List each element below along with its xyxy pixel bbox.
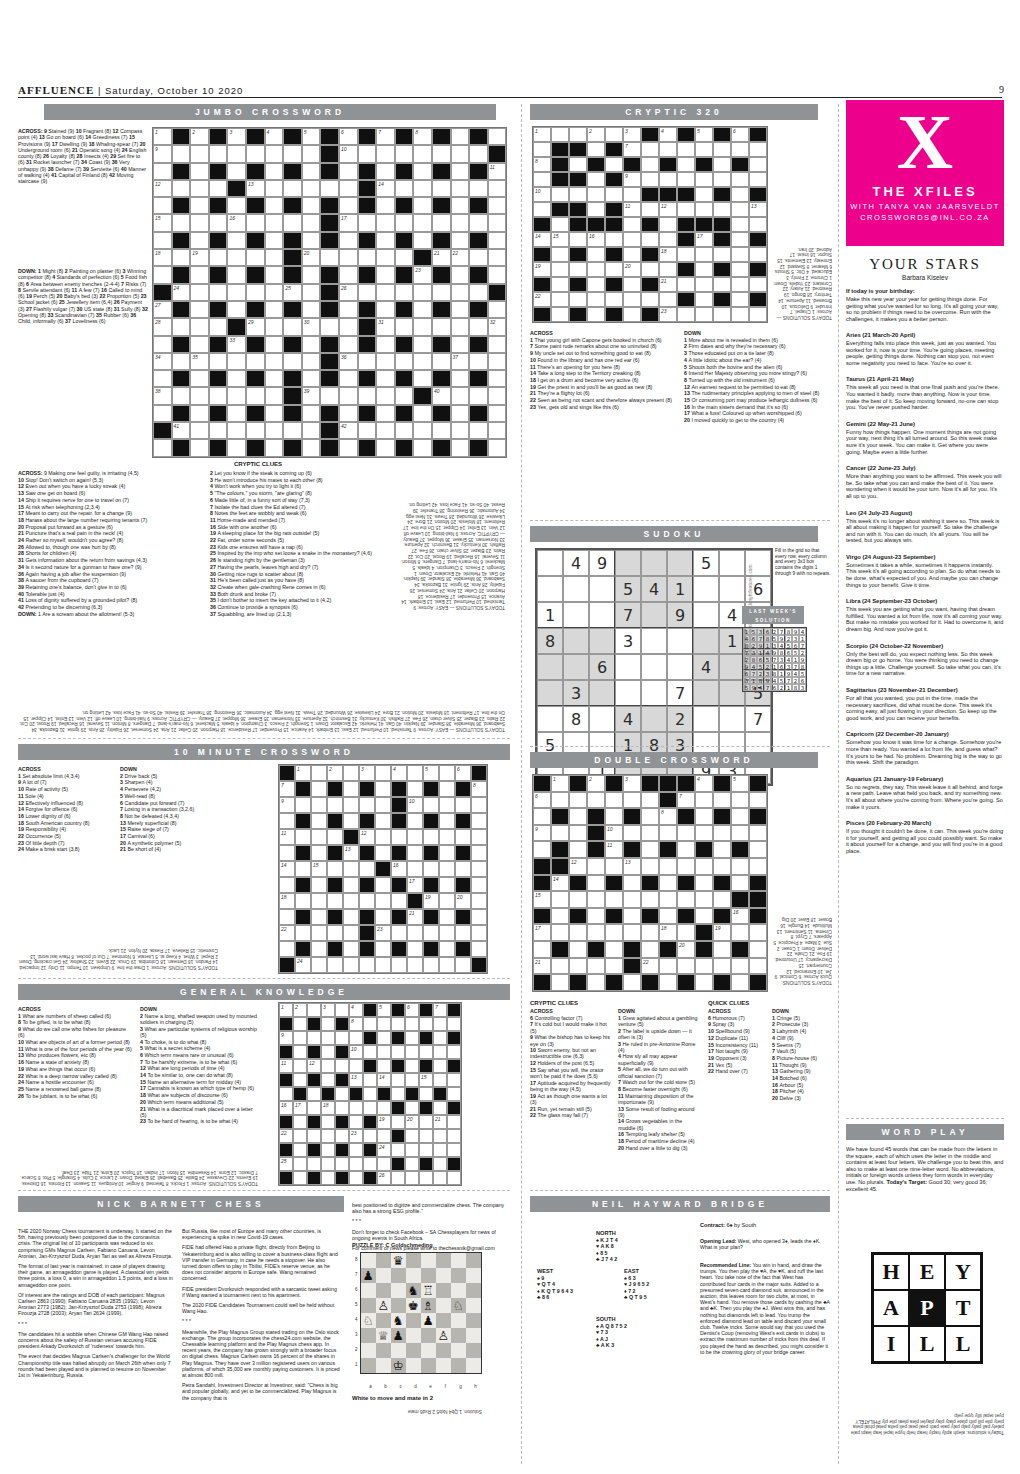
cell[interactable] (327, 893, 343, 909)
cell[interactable] (339, 405, 358, 422)
cell[interactable] (469, 249, 488, 266)
cell[interactable] (311, 877, 327, 893)
cell[interactable] (605, 958, 623, 975)
sudoku-cell[interactable]: 1 (667, 576, 693, 602)
cell[interactable] (343, 781, 359, 797)
cell[interactable] (641, 292, 659, 307)
cell[interactable]: 18 (659, 247, 677, 262)
cell[interactable] (335, 1157, 349, 1171)
cell[interactable] (335, 1129, 349, 1143)
cell[interactable] (320, 180, 339, 197)
cell[interactable] (451, 439, 470, 456)
cell[interactable]: 2 (190, 128, 209, 145)
cell[interactable] (605, 262, 623, 277)
empty-square[interactable] (406, 1328, 421, 1343)
cell[interactable] (641, 924, 659, 941)
cell[interactable] (469, 353, 488, 370)
sudoku-grid[interactable]: 495541617948316437584275183193 (535, 548, 773, 786)
sudoku-cell[interactable] (589, 576, 615, 602)
cell[interactable] (293, 1031, 307, 1045)
piece-♖[interactable]: ♖ (421, 1283, 436, 1298)
empty-square[interactable] (451, 1268, 466, 1283)
cell[interactable] (713, 307, 731, 322)
cell[interactable]: 9 (279, 1031, 293, 1045)
cell[interactable] (749, 825, 767, 842)
sudoku-cell[interactable]: 7 (745, 706, 771, 732)
cell[interactable] (731, 142, 749, 157)
cell[interactable] (677, 157, 695, 172)
cell[interactable] (641, 157, 659, 172)
cell[interactable] (209, 422, 228, 439)
cell[interactable] (749, 247, 767, 262)
piece-♞[interactable]: ♞ (406, 1283, 421, 1298)
cell[interactable] (749, 792, 767, 809)
cell[interactable] (587, 924, 605, 941)
piece-♗[interactable]: ♗ (421, 1298, 436, 1313)
cell[interactable] (695, 247, 713, 262)
cell[interactable]: 4 (391, 765, 407, 781)
cell[interactable] (677, 307, 695, 322)
cell[interactable] (587, 891, 605, 908)
cell[interactable]: 12 (569, 858, 587, 875)
cell[interactable]: 8 (471, 781, 487, 797)
cell[interactable] (569, 187, 587, 202)
cell[interactable] (471, 941, 487, 957)
cell[interactable]: 12 (359, 829, 375, 845)
cell[interactable]: 8 (659, 808, 677, 825)
cell[interactable] (358, 422, 377, 439)
cell[interactable] (569, 924, 587, 941)
cell[interactable] (321, 1129, 335, 1143)
cell[interactable] (731, 277, 749, 292)
cryptic320-grid[interactable]: 1234567891011121314151617181920212223 (532, 126, 768, 323)
cell[interactable] (311, 957, 327, 973)
cell[interactable]: 17 (695, 232, 713, 247)
cell[interactable] (587, 792, 605, 809)
cell[interactable] (283, 318, 302, 335)
cell[interactable] (695, 172, 713, 187)
cell[interactable] (283, 353, 302, 370)
piece-♛[interactable]: ♛ (391, 1253, 406, 1268)
piece-♙[interactable]: ♙ (376, 1298, 391, 1313)
cell[interactable] (623, 277, 641, 292)
cell[interactable]: 6 (731, 127, 749, 142)
cell[interactable] (302, 284, 321, 301)
cell[interactable] (587, 858, 605, 875)
cell[interactable]: 14 (551, 875, 569, 892)
cell[interactable] (749, 172, 767, 187)
cell[interactable] (413, 214, 432, 231)
cell[interactable] (376, 370, 395, 387)
cell[interactable] (439, 893, 455, 909)
cell[interactable] (302, 353, 321, 370)
cell[interactable] (451, 128, 470, 145)
sudoku-cell[interactable]: 7 (615, 602, 641, 628)
cell[interactable] (343, 861, 359, 877)
cell[interactable] (395, 180, 414, 197)
cell[interactable] (447, 1129, 461, 1143)
cell[interactable] (731, 307, 749, 322)
cell[interactable] (377, 1045, 391, 1059)
cell[interactable] (227, 422, 246, 439)
cell[interactable] (227, 370, 246, 387)
cell[interactable] (190, 422, 209, 439)
cell[interactable]: 14 (376, 180, 395, 197)
cell[interactable]: 21 (407, 909, 423, 925)
cell[interactable] (713, 941, 731, 958)
cell[interactable] (469, 318, 488, 335)
empty-square[interactable] (391, 1268, 406, 1283)
cell[interactable] (375, 893, 391, 909)
cell[interactable] (339, 318, 358, 335)
cell[interactable] (423, 861, 439, 877)
piece-♟[interactable]: ♟ (391, 1328, 406, 1343)
cell[interactable] (283, 180, 302, 197)
cell[interactable] (190, 405, 209, 422)
cell[interactable] (265, 232, 284, 249)
cell[interactable]: 28 (153, 318, 172, 335)
cell[interactable]: 19 (713, 924, 731, 941)
cell[interactable] (432, 284, 451, 301)
cell[interactable] (407, 941, 423, 957)
cell[interactable] (659, 142, 677, 157)
cell[interactable] (265, 197, 284, 214)
cell[interactable] (395, 145, 414, 162)
cell[interactable] (363, 1101, 377, 1115)
cell[interactable] (447, 1143, 461, 1157)
cell[interactable] (339, 266, 358, 283)
empty-square[interactable] (361, 1253, 376, 1268)
cell[interactable]: 16 (731, 908, 749, 925)
cell[interactable]: 21 (659, 277, 677, 292)
cell[interactable] (227, 301, 246, 318)
cell[interactable] (569, 941, 587, 958)
cell[interactable] (311, 829, 327, 845)
cell[interactable] (320, 249, 339, 266)
cell[interactable] (551, 127, 569, 142)
sudoku-cell[interactable]: 7 (667, 680, 693, 706)
empty-square[interactable] (451, 1328, 466, 1343)
cell[interactable] (376, 353, 395, 370)
piece-♙[interactable]: ♙ (436, 1328, 451, 1343)
cell[interactable]: 17 (407, 877, 423, 893)
cell[interactable] (302, 301, 321, 318)
cell[interactable]: 38 (153, 387, 172, 404)
sudoku-cell[interactable] (693, 680, 719, 706)
cell[interactable]: 14 (533, 232, 551, 247)
cell[interactable] (209, 387, 228, 404)
cell[interactable] (413, 422, 432, 439)
cell[interactable]: 22 (279, 925, 295, 941)
sudoku-cell[interactable] (641, 680, 667, 706)
cell[interactable] (172, 180, 191, 197)
cell[interactable]: 13 (749, 202, 767, 217)
cell[interactable] (377, 1031, 391, 1045)
cell[interactable] (587, 142, 605, 157)
cell[interactable] (731, 958, 749, 975)
cell[interactable]: 5 (731, 775, 749, 792)
cell[interactable]: 9 (533, 825, 551, 842)
cell[interactable] (433, 1017, 447, 1031)
cell[interactable] (488, 370, 507, 387)
cell[interactable] (447, 1073, 461, 1087)
cell[interactable] (731, 924, 749, 941)
cell[interactable] (439, 909, 455, 925)
empty-square[interactable] (436, 1298, 451, 1313)
cell[interactable] (455, 925, 471, 941)
cell[interactable] (190, 145, 209, 162)
empty-square[interactable] (466, 1253, 481, 1268)
sudoku-cell[interactable] (641, 628, 667, 654)
empty-square[interactable] (406, 1313, 421, 1328)
cell[interactable] (471, 893, 487, 909)
cell[interactable] (375, 877, 391, 893)
empty-square[interactable] (361, 1298, 376, 1313)
cell[interactable] (302, 370, 321, 387)
cell[interactable] (358, 387, 377, 404)
sudoku-cell[interactable] (693, 576, 719, 602)
empty-square[interactable] (361, 1358, 376, 1373)
cell[interactable]: 21 (433, 1115, 447, 1129)
cell[interactable] (587, 307, 605, 322)
cell[interactable] (569, 792, 587, 809)
cell[interactable] (469, 145, 488, 162)
piece-♞[interactable]: ♞ (391, 1313, 406, 1328)
cell[interactable] (695, 277, 713, 292)
cell[interactable] (311, 925, 327, 941)
cell[interactable] (391, 1171, 405, 1185)
cell[interactable] (439, 797, 455, 813)
cell[interactable] (641, 202, 659, 217)
sudoku-cell[interactable]: 3 (563, 680, 589, 706)
cell[interactable] (749, 841, 767, 858)
cell[interactable] (447, 1045, 461, 1059)
cell[interactable] (419, 1129, 433, 1143)
cell[interactable] (731, 262, 749, 277)
cell[interactable] (339, 336, 358, 353)
sudoku-cell[interactable] (693, 628, 719, 654)
cell[interactable]: 12 (659, 202, 677, 217)
cell[interactable]: 4 (265, 128, 284, 145)
cell[interactable] (363, 1087, 377, 1101)
cell[interactable] (659, 292, 677, 307)
cell[interactable] (172, 214, 191, 231)
cell[interactable] (295, 797, 311, 813)
cell[interactable] (311, 909, 327, 925)
cell[interactable] (407, 781, 423, 797)
cell[interactable] (172, 318, 191, 335)
cell[interactable] (439, 781, 455, 797)
cell[interactable]: 30 (302, 318, 321, 335)
sudoku-cell[interactable]: 4 (693, 654, 719, 680)
cell[interactable] (451, 214, 470, 231)
cell[interactable] (451, 266, 470, 283)
cell[interactable] (731, 974, 749, 991)
cell[interactable] (569, 825, 587, 842)
cell[interactable] (209, 249, 228, 266)
empty-square[interactable] (421, 1268, 436, 1283)
cell[interactable] (439, 813, 455, 829)
cell[interactable] (190, 214, 209, 231)
cell[interactable] (419, 1171, 433, 1185)
cell[interactable] (339, 163, 358, 180)
cell[interactable] (659, 232, 677, 247)
cell[interactable]: 11 (623, 202, 641, 217)
cell[interactable]: 24 (295, 957, 311, 973)
cell[interactable]: 6 (339, 128, 358, 145)
cell[interactable] (677, 142, 695, 157)
cell[interactable] (623, 307, 641, 322)
cell[interactable] (605, 891, 623, 908)
cell[interactable] (641, 891, 659, 908)
cell[interactable] (731, 875, 749, 892)
cell[interactable] (569, 232, 587, 247)
cell[interactable] (349, 1059, 363, 1073)
cell[interactable] (311, 845, 327, 861)
cell[interactable] (395, 249, 414, 266)
cell[interactable] (451, 145, 470, 162)
cell[interactable]: 2 (587, 127, 605, 142)
cell[interactable] (391, 1073, 405, 1087)
cell[interactable] (433, 1045, 447, 1059)
cell[interactable] (413, 163, 432, 180)
cell[interactable]: 25 (283, 284, 302, 301)
cell[interactable] (209, 318, 228, 335)
cell[interactable]: 15 (551, 232, 569, 247)
cell[interactable] (641, 232, 659, 247)
empty-square[interactable] (451, 1283, 466, 1298)
cell[interactable] (227, 197, 246, 214)
cell[interactable] (335, 1059, 349, 1073)
empty-square[interactable] (436, 1343, 451, 1358)
cell[interactable] (311, 797, 327, 813)
cell[interactable] (376, 214, 395, 231)
sudoku-cell[interactable] (615, 654, 641, 680)
cell[interactable] (307, 1087, 321, 1101)
cell[interactable] (413, 284, 432, 301)
general-knowledge-grid[interactable]: 1234567891011121314151617181920212223242… (278, 1002, 462, 1186)
cell[interactable] (279, 941, 295, 957)
cell[interactable] (533, 172, 551, 187)
cell[interactable] (731, 187, 749, 202)
cell[interactable] (376, 232, 395, 249)
sudoku-cell[interactable]: 2 (667, 706, 693, 732)
cell[interactable] (391, 829, 407, 845)
cell[interactable] (488, 439, 507, 456)
cell[interactable] (227, 249, 246, 266)
cell[interactable] (279, 813, 295, 829)
cell[interactable] (363, 1157, 377, 1171)
cell[interactable] (469, 180, 488, 197)
cell[interactable] (551, 292, 569, 307)
cell[interactable] (265, 370, 284, 387)
cell[interactable] (265, 249, 284, 266)
cell[interactable]: 18 (659, 924, 677, 941)
cell[interactable] (407, 829, 423, 845)
cell[interactable] (413, 145, 432, 162)
cell[interactable] (623, 891, 641, 908)
cell[interactable] (451, 163, 470, 180)
empty-square[interactable] (451, 1313, 466, 1328)
sudoku-cell[interactable] (589, 706, 615, 732)
cell[interactable] (439, 925, 455, 941)
cell[interactable] (413, 318, 432, 335)
piece-♕[interactable]: ♕ (376, 1328, 391, 1343)
cell[interactable] (327, 829, 343, 845)
cell[interactable] (695, 825, 713, 842)
cell[interactable]: 23 (349, 1129, 363, 1143)
cell[interactable] (605, 157, 623, 172)
cell[interactable]: 22 (533, 292, 551, 307)
cell[interactable] (413, 439, 432, 456)
cell[interactable] (311, 893, 327, 909)
cell[interactable] (265, 284, 284, 301)
cell[interactable]: 10 (605, 825, 623, 842)
cell[interactable] (432, 214, 451, 231)
cell[interactable]: 6 (455, 765, 471, 781)
cell[interactable] (749, 217, 767, 232)
cell[interactable] (227, 284, 246, 301)
cell[interactable] (713, 247, 731, 262)
empty-square[interactable] (466, 1328, 481, 1343)
cell[interactable] (395, 284, 414, 301)
sudoku-cell[interactable] (537, 550, 563, 576)
empty-square[interactable] (466, 1283, 481, 1298)
cell[interactable] (659, 825, 677, 842)
cell[interactable] (349, 1143, 363, 1157)
cell[interactable] (302, 180, 321, 197)
cell[interactable] (605, 127, 623, 142)
cell[interactable]: 17 (339, 214, 358, 231)
cell[interactable] (265, 145, 284, 162)
cell[interactable]: 4 (349, 1003, 363, 1017)
cell[interactable] (376, 197, 395, 214)
cell[interactable] (695, 858, 713, 875)
cell[interactable] (455, 797, 471, 813)
cell[interactable] (153, 336, 172, 353)
cell[interactable] (190, 439, 209, 456)
sudoku-cell[interactable] (537, 654, 563, 680)
sudoku-cell[interactable]: 4 (563, 550, 589, 576)
cell[interactable] (731, 202, 749, 217)
cell[interactable] (190, 318, 209, 335)
cell[interactable]: 42 (339, 422, 358, 439)
cell[interactable] (391, 1045, 405, 1059)
cell[interactable] (209, 284, 228, 301)
empty-square[interactable] (391, 1343, 406, 1358)
cell[interactable] (488, 336, 507, 353)
cell[interactable] (488, 422, 507, 439)
cell[interactable] (569, 891, 587, 908)
cell[interactable] (623, 825, 641, 842)
cell[interactable] (343, 941, 359, 957)
cell[interactable] (265, 266, 284, 283)
cell[interactable] (695, 292, 713, 307)
cell[interactable]: 7 (279, 781, 295, 797)
cell[interactable] (439, 845, 455, 861)
empty-square[interactable] (361, 1343, 376, 1358)
cell[interactable] (551, 825, 569, 842)
cell[interactable]: 26 (339, 284, 358, 301)
cell[interactable]: 5 (302, 128, 321, 145)
cell[interactable] (731, 825, 749, 842)
cell[interactable] (488, 232, 507, 249)
cell[interactable] (587, 277, 605, 292)
cell[interactable]: 8 (349, 1017, 363, 1031)
cell[interactable] (321, 1157, 335, 1171)
cell[interactable]: 18 (321, 1101, 335, 1115)
cell[interactable] (623, 292, 641, 307)
